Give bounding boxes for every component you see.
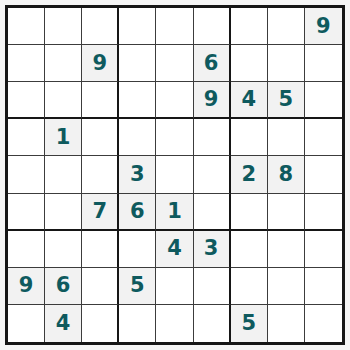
- cell-r9c3[interactable]: [82, 305, 119, 342]
- cell-r7c3[interactable]: [82, 231, 119, 268]
- cell-r9c2: 4: [45, 305, 82, 342]
- cell-r6c7[interactable]: [231, 194, 268, 231]
- cell-r6c3: 7: [82, 194, 119, 231]
- cell-r3c7: 4: [231, 82, 268, 119]
- cell-r5c6[interactable]: [194, 156, 231, 193]
- cell-r3c3[interactable]: [82, 82, 119, 119]
- cell-r4c6[interactable]: [194, 119, 231, 156]
- cell-r4c2: 1: [45, 119, 82, 156]
- cell-r3c6: 9: [194, 82, 231, 119]
- cell-r9c7: 5: [231, 305, 268, 342]
- cell-r5c9[interactable]: [305, 156, 342, 193]
- cell-r8c1: 9: [8, 268, 45, 305]
- cell-r1c4[interactable]: [119, 8, 156, 45]
- cell-r7c2[interactable]: [45, 231, 82, 268]
- cell-r2c9[interactable]: [305, 45, 342, 82]
- cell-r4c4[interactable]: [119, 119, 156, 156]
- cell-r9c6[interactable]: [194, 305, 231, 342]
- cell-r5c4: 3: [119, 156, 156, 193]
- cell-r3c1[interactable]: [8, 82, 45, 119]
- sudoku-board: 99694513287614396545: [5, 5, 345, 345]
- cell-r8c5[interactable]: [156, 268, 193, 305]
- cell-r6c9[interactable]: [305, 194, 342, 231]
- cell-r6c5: 1: [156, 194, 193, 231]
- cell-r9c4[interactable]: [119, 305, 156, 342]
- cell-r5c1[interactable]: [8, 156, 45, 193]
- cell-r6c2[interactable]: [45, 194, 82, 231]
- cell-r5c5[interactable]: [156, 156, 193, 193]
- cell-r7c1[interactable]: [8, 231, 45, 268]
- cell-r6c1[interactable]: [8, 194, 45, 231]
- cell-r9c8[interactable]: [268, 305, 305, 342]
- cell-r3c8: 5: [268, 82, 305, 119]
- cell-r8c9[interactable]: [305, 268, 342, 305]
- cell-r7c7[interactable]: [231, 231, 268, 268]
- cell-r9c1[interactable]: [8, 305, 45, 342]
- cell-r5c8: 8: [268, 156, 305, 193]
- cell-r7c8[interactable]: [268, 231, 305, 268]
- cell-r3c4[interactable]: [119, 82, 156, 119]
- cell-r2c5[interactable]: [156, 45, 193, 82]
- cell-r3c5[interactable]: [156, 82, 193, 119]
- cell-r1c7[interactable]: [231, 8, 268, 45]
- cell-r9c5[interactable]: [156, 305, 193, 342]
- cell-r6c4: 6: [119, 194, 156, 231]
- cell-r2c4[interactable]: [119, 45, 156, 82]
- cell-r2c3: 9: [82, 45, 119, 82]
- cell-r8c4: 5: [119, 268, 156, 305]
- cell-r3c2[interactable]: [45, 82, 82, 119]
- cell-r7c4[interactable]: [119, 231, 156, 268]
- cell-r8c8[interactable]: [268, 268, 305, 305]
- cell-r1c5[interactable]: [156, 8, 193, 45]
- cell-r8c2: 6: [45, 268, 82, 305]
- cell-r6c8[interactable]: [268, 194, 305, 231]
- cell-r3c9[interactable]: [305, 82, 342, 119]
- cell-r9c9[interactable]: [305, 305, 342, 342]
- cell-r5c2[interactable]: [45, 156, 82, 193]
- cell-r1c6[interactable]: [194, 8, 231, 45]
- cell-r1c2[interactable]: [45, 8, 82, 45]
- cell-r7c6: 3: [194, 231, 231, 268]
- cell-r8c7[interactable]: [231, 268, 268, 305]
- cell-r4c1[interactable]: [8, 119, 45, 156]
- cell-r4c8[interactable]: [268, 119, 305, 156]
- cell-r2c7[interactable]: [231, 45, 268, 82]
- cell-r4c7[interactable]: [231, 119, 268, 156]
- cell-r1c3[interactable]: [82, 8, 119, 45]
- cell-r6c6[interactable]: [194, 194, 231, 231]
- cell-r5c3[interactable]: [82, 156, 119, 193]
- cell-r2c1[interactable]: [8, 45, 45, 82]
- cell-r2c6: 6: [194, 45, 231, 82]
- cell-r1c1[interactable]: [8, 8, 45, 45]
- cell-r2c2[interactable]: [45, 45, 82, 82]
- cell-r7c5: 4: [156, 231, 193, 268]
- cell-r2c8[interactable]: [268, 45, 305, 82]
- cell-r4c3[interactable]: [82, 119, 119, 156]
- cell-r4c5[interactable]: [156, 119, 193, 156]
- cell-r4c9[interactable]: [305, 119, 342, 156]
- cell-r8c6[interactable]: [194, 268, 231, 305]
- cell-r1c9: 9: [305, 8, 342, 45]
- cell-r7c9[interactable]: [305, 231, 342, 268]
- cell-r8c3[interactable]: [82, 268, 119, 305]
- cell-r5c7: 2: [231, 156, 268, 193]
- cell-r1c8[interactable]: [268, 8, 305, 45]
